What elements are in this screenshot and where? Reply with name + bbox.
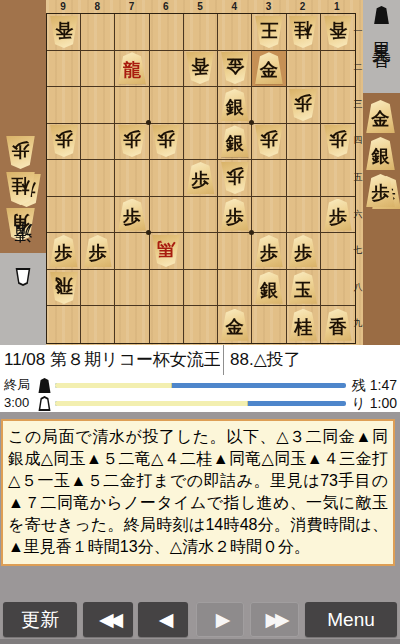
- board-cell-1三[interactable]: [321, 87, 355, 124]
- shogi-piece-歩[interactable]: 歩: [185, 162, 215, 194]
- board-cell-3八[interactable]: 銀: [252, 270, 286, 307]
- board-cell-9一[interactable]: 香: [47, 14, 81, 51]
- board-cell-1七[interactable]: [321, 233, 355, 270]
- board-cell-1一[interactable]: 香: [321, 14, 355, 51]
- board-cell-1四[interactable]: 歩: [321, 124, 355, 161]
- sente-hand-銀-x1[interactable]: 銀: [365, 137, 400, 171]
- update-button[interactable]: 更新: [3, 602, 77, 637]
- file-label-3: 3: [251, 0, 285, 13]
- gote-hand-tray: 歩桂桂角: [0, 0, 46, 253]
- file-coordinates: 987654321: [46, 0, 354, 13]
- commentary-panel[interactable]: この局面で清水が投了した。以下、△３二同金▲同銀成△同玉▲５二竜△４二桂▲同竜△…: [1, 419, 395, 566]
- board-cell-4五[interactable]: 歩: [218, 160, 252, 197]
- shogi-piece-銀[interactable]: 銀: [220, 125, 250, 157]
- bottom-edge: [0, 639, 400, 644]
- board-cell-2二[interactable]: [287, 51, 321, 88]
- shogi-piece-香[interactable]: 香: [49, 16, 79, 48]
- board-cell-7九[interactable]: [115, 306, 149, 343]
- step-forward-button[interactable]: ▶: [196, 602, 244, 637]
- clock-area: 終局 残 1:47 3:00 り 1:00: [0, 375, 400, 412]
- gote-clock-row: 3:00 り 1:00: [0, 394, 400, 412]
- sente-clock-row: 終局 残 1:47: [0, 376, 400, 394]
- shogi-piece-歩[interactable]: 歩: [323, 199, 353, 231]
- shogi-piece-歩[interactable]: 歩: [288, 235, 318, 267]
- board-cell-5七[interactable]: [184, 233, 218, 270]
- shogi-piece-金[interactable]: 金: [220, 52, 250, 84]
- shogi-piece-飛[interactable]: 飛: [49, 272, 79, 304]
- step-back-button[interactable]: ◀: [138, 602, 188, 637]
- board-cell-1八[interactable]: [321, 270, 355, 307]
- board-section: 歩桂桂角 987654321 一二三四五六七八九 香王桂香龍香金金銀歩歩歩歩銀歩…: [0, 0, 400, 345]
- board-cell-5三[interactable]: [184, 87, 218, 124]
- board-cell-9九[interactable]: [47, 306, 81, 343]
- board-cell-2七[interactable]: 歩: [287, 233, 321, 270]
- gote-hand-角-x1[interactable]: 角: [5, 208, 43, 242]
- file-label-9: 9: [46, 0, 80, 13]
- shogi-piece-歩[interactable]: 歩: [323, 125, 353, 157]
- star-point: [146, 230, 151, 235]
- shogi-board: 香王桂香龍香金金銀歩歩歩歩銀歩歩歩歩歩歩歩歩歩馬歩歩飛銀玉金桂香: [46, 13, 356, 344]
- board-cell-6一[interactable]: [150, 14, 184, 51]
- board-cell-2一[interactable]: 桂: [287, 14, 321, 51]
- board-cell-2六[interactable]: [287, 197, 321, 234]
- board-cell-6二[interactable]: [150, 51, 184, 88]
- shogi-piece-銀[interactable]: 銀: [220, 89, 250, 121]
- shogi-piece-銀[interactable]: 銀: [365, 137, 396, 170]
- shogi-piece-金[interactable]: 金: [220, 309, 250, 341]
- board-cell-6七[interactable]: 馬: [150, 233, 184, 270]
- board-cell-1二[interactable]: [321, 51, 355, 88]
- board-cell-4一[interactable]: [218, 14, 252, 51]
- shogi-piece-金[interactable]: 金: [365, 100, 396, 133]
- star-point: [249, 120, 254, 125]
- shogi-piece-香[interactable]: 香: [185, 52, 215, 84]
- board-cell-2八[interactable]: 玉: [287, 270, 321, 307]
- gote-hand-歩-x1[interactable]: 歩: [5, 136, 43, 170]
- move-indicator: 88.△投了: [230, 345, 301, 375]
- board-cell-8二[interactable]: [81, 51, 115, 88]
- file-label-8: 8: [80, 0, 114, 13]
- gote-time-bar: [55, 401, 346, 406]
- shogi-piece-歩[interactable]: 歩: [83, 235, 113, 267]
- shogi-piece-王[interactable]: 王: [254, 16, 284, 48]
- skip-to-end-button[interactable]: ▶▶: [250, 602, 299, 637]
- board-cell-3九[interactable]: [252, 306, 286, 343]
- board-cell-4八[interactable]: [218, 270, 252, 307]
- shogi-piece-歩[interactable]: 歩: [288, 89, 318, 121]
- board-cell-5四[interactable]: [184, 124, 218, 161]
- board-cell-6三[interactable]: [150, 87, 184, 124]
- sente-hand-歩-x2[interactable]: 歩歩: [365, 174, 400, 208]
- board-cell-7五[interactable]: [115, 160, 149, 197]
- white-piece-icon: [15, 268, 31, 286]
- sente-clock-label: 終局: [4, 376, 34, 394]
- board-cell-3五[interactable]: [252, 160, 286, 197]
- shogi-piece-歩[interactable]: 歩: [220, 199, 250, 231]
- menu-button[interactable]: Menu: [305, 602, 397, 637]
- gote-time-remaining: り 1:00: [352, 394, 397, 412]
- board-cell-6四[interactable]: 歩: [150, 124, 184, 161]
- board-cell-5八[interactable]: [184, 270, 218, 307]
- board-cell-8四[interactable]: [81, 124, 115, 161]
- board-cell-1九[interactable]: 香: [321, 306, 355, 343]
- sente-time-bar: [55, 383, 346, 388]
- board-cell-6五[interactable]: [150, 160, 184, 197]
- shogi-piece-歩[interactable]: 歩: [49, 235, 79, 267]
- sente-time-remaining: 残 1:47: [352, 376, 397, 394]
- board-cell-8三[interactable]: [81, 87, 115, 124]
- gote-hand-桂-x2[interactable]: 桂桂: [5, 172, 43, 206]
- board-cell-5五[interactable]: 歩: [184, 160, 218, 197]
- board-cell-9七[interactable]: 歩: [47, 233, 81, 270]
- game-title: 11/08 第８期リコー杯女流王座: [4, 345, 220, 375]
- shogi-piece-銀[interactable]: 銀: [254, 272, 284, 304]
- board-cell-3四[interactable]: 歩: [252, 124, 286, 161]
- board-cell-8五[interactable]: [81, 160, 115, 197]
- board-cell-9三[interactable]: [47, 87, 81, 124]
- shogi-piece-歩[interactable]: 歩: [220, 162, 250, 194]
- shogi-piece-歩[interactable]: 歩: [254, 125, 284, 157]
- board-cell-7二[interactable]: 龍: [115, 51, 149, 88]
- shogi-app: 歩桂桂角 987654321 一二三四五六七八九 香王桂香龍香金金銀歩歩歩歩銀歩…: [0, 0, 400, 644]
- board-cell-5一[interactable]: [184, 14, 218, 51]
- board-cell-4三[interactable]: 銀: [218, 87, 252, 124]
- board-cell-9八[interactable]: 飛: [47, 270, 81, 307]
- board-cell-5九[interactable]: [184, 306, 218, 343]
- board-cell-2三[interactable]: 歩: [287, 87, 321, 124]
- shogi-piece-桂[interactable]: 桂: [288, 309, 318, 341]
- black-piece-icon: [374, 6, 390, 24]
- shogi-piece-香[interactable]: 香: [323, 309, 353, 341]
- shogi-piece-歩[interactable]: 歩: [117, 125, 147, 157]
- board-cell-9四[interactable]: 歩: [47, 124, 81, 161]
- board-cell-3一[interactable]: 王: [252, 14, 286, 51]
- board-cell-3七[interactable]: 歩: [252, 233, 286, 270]
- file-label-6: 6: [149, 0, 183, 13]
- info-bar: 11/08 第８期リコー杯女流王座 88.△投了: [0, 345, 400, 375]
- board-cell-7三[interactable]: [115, 87, 149, 124]
- board-cell-8六[interactable]: [81, 197, 115, 234]
- board-cell-9六[interactable]: [47, 197, 81, 234]
- sente-player-name: 里見香: [369, 27, 395, 36]
- shogi-piece-馬[interactable]: 馬: [151, 235, 181, 267]
- board-cell-8八[interactable]: [81, 270, 115, 307]
- shogi-piece-玉[interactable]: 玉: [288, 272, 318, 304]
- black-piece-icon: [38, 378, 51, 393]
- shogi-piece-角[interactable]: 角: [5, 208, 36, 241]
- board-cell-7一[interactable]: [115, 14, 149, 51]
- board-cell-7六[interactable]: 歩: [115, 197, 149, 234]
- board-cell-7四[interactable]: 歩: [115, 124, 149, 161]
- board-cell-5二[interactable]: 香: [184, 51, 218, 88]
- file-label-7: 7: [114, 0, 148, 13]
- skip-to-start-button[interactable]: ◀◀: [83, 602, 133, 637]
- board-cell-8九[interactable]: [81, 306, 115, 343]
- info-divider: [223, 345, 224, 375]
- board-cell-2九[interactable]: 桂: [287, 306, 321, 343]
- gote-nameplate: 清水: [0, 253, 46, 345]
- board-cell-4七[interactable]: [218, 233, 252, 270]
- file-label-2: 2: [286, 0, 320, 13]
- board-cell-6九[interactable]: [150, 306, 184, 343]
- board-cell-3三[interactable]: [252, 87, 286, 124]
- star-point: [249, 230, 254, 235]
- shogi-piece-歩[interactable]: 歩: [49, 125, 79, 157]
- board-cell-4二[interactable]: 金: [218, 51, 252, 88]
- white-piece-icon: [38, 396, 51, 411]
- gote-player-name: 清水: [10, 253, 36, 259]
- board-cell-7七[interactable]: [115, 233, 149, 270]
- board-cell-1六[interactable]: 歩: [321, 197, 355, 234]
- shogi-piece-香[interactable]: 香: [323, 16, 353, 48]
- board-cell-7八[interactable]: [115, 270, 149, 307]
- shogi-piece-歩[interactable]: 歩: [5, 136, 36, 169]
- shogi-piece-歩[interactable]: 歩: [254, 235, 284, 267]
- board-cell-9五[interactable]: [47, 160, 81, 197]
- board-cell-1五[interactable]: [321, 160, 355, 197]
- shogi-piece-歩[interactable]: 歩: [151, 125, 181, 157]
- board-cell-6六[interactable]: [150, 197, 184, 234]
- board-cell-4四[interactable]: 銀: [218, 124, 252, 161]
- board-cell-2四[interactable]: [287, 124, 321, 161]
- shogi-piece-桂[interactable]: 桂: [288, 16, 318, 48]
- board-cell-9二[interactable]: [47, 51, 81, 88]
- file-label-5: 5: [183, 0, 217, 13]
- shogi-piece-金[interactable]: 金: [254, 52, 284, 84]
- sente-hand-金-x1[interactable]: 金: [365, 100, 400, 134]
- board-cell-6八[interactable]: [150, 270, 184, 307]
- sente-hand-tray: 金銀歩歩: [363, 93, 400, 345]
- gote-clock-label: 3:00: [4, 394, 34, 412]
- board-cell-8七[interactable]: 歩: [81, 233, 115, 270]
- board-cell-3六[interactable]: [252, 197, 286, 234]
- board-cell-3二[interactable]: 金: [252, 51, 286, 88]
- sente-nameplate: 里見香: [363, 0, 400, 93]
- file-label-4: 4: [217, 0, 251, 13]
- board-cell-4六[interactable]: 歩: [218, 197, 252, 234]
- file-label-1: 1: [320, 0, 354, 13]
- board-cell-5六[interactable]: [184, 197, 218, 234]
- board-cell-4九[interactable]: 金: [218, 306, 252, 343]
- board-cell-2五[interactable]: [287, 160, 321, 197]
- board-cell-8一[interactable]: [81, 14, 115, 51]
- shogi-piece-歩[interactable]: 歩: [117, 199, 147, 231]
- shogi-piece-龍[interactable]: 龍: [117, 52, 147, 84]
